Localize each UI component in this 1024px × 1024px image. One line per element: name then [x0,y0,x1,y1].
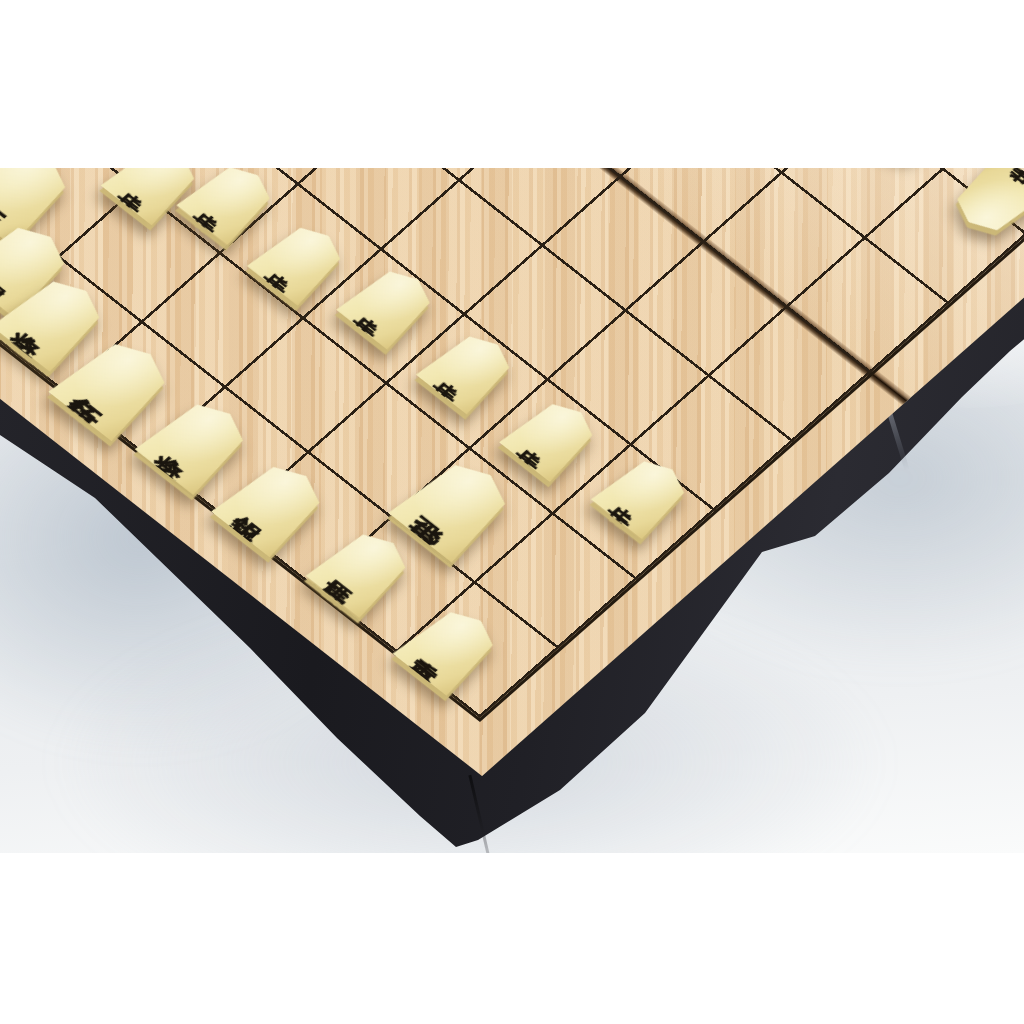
piece-sente-lance-1i[interactable]: 香車 [390,598,510,698]
piece-kanji: 歩兵 [217,190,243,211]
piece-kanji: 桂馬 [349,559,376,581]
piece-sente-pawn-1g[interactable]: 歩兵 [588,448,700,541]
piece-kanji: 歩兵 [540,427,566,448]
piece-sente-pawn-2g[interactable]: 歩兵 [497,391,609,484]
piece-sente-knight-2i[interactable]: 桂馬 [303,520,423,620]
piece-kanji: 金将 [39,308,68,331]
piece-kanji: 銀将 [3,255,32,278]
piece-kanji: 角行 [99,373,131,398]
piece-gote-pawn-1c[interactable]: 歩兵 [941,168,1024,244]
piece-gote-pawn-2c[interactable]: 歩兵 [855,168,967,169]
piece-kanji: 歩兵 [631,484,657,505]
white-band-top [0,0,1024,168]
piece-kanji: 銀将 [259,494,288,517]
piece-kanji: 歩兵 [377,294,403,315]
piece-sente-pawn-3g[interactable]: 歩兵 [414,323,526,416]
piece-kanji: 香車 [437,637,464,659]
piece-sente-pawn-5g[interactable]: 歩兵 [244,214,356,307]
piece-kanji: 金将 [182,431,211,454]
piece-kanji: 歩兵 [457,359,483,380]
piece-kanji: 飛車 [440,494,472,519]
photo-area: 王将銀将金将角行金将銀将桂馬香車飛車歩兵歩兵歩兵歩兵歩兵歩兵歩兵歩兵歩兵 [0,168,1024,853]
piece-kanji: 歩兵 [288,251,314,272]
white-band-bottom [0,853,1024,1024]
piece-kanji: 歩兵 [984,187,1010,208]
piece-kanji: 歩兵 [142,170,168,191]
shogi-photo: 王将銀将金将角行金将銀将桂馬香車飛車歩兵歩兵歩兵歩兵歩兵歩兵歩兵歩兵歩兵 [0,0,1024,1024]
piece-sente-pawn-4g[interactable]: 歩兵 [334,258,446,351]
piece-kanji: 王将 [0,177,32,202]
piece-sente-rook-2h[interactable]: 飛車 [385,448,525,564]
